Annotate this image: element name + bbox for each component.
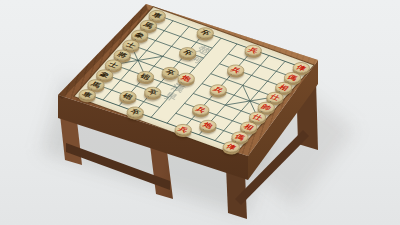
piece-character: 卒 [129,108,141,116]
piece-character: 馬 [90,81,102,89]
piece-character: 士 [107,61,119,69]
piece-character: 兵 [247,46,259,54]
piece-character: 車 [81,91,93,99]
piece-character: 相 [243,123,255,131]
piece-character: 象 [134,31,146,39]
piece-character: 兵 [212,86,224,94]
piece-character: 炮 [202,121,214,129]
piece-character: 傌 [286,74,298,82]
piece-character: 兵 [230,66,242,74]
piece-character: 卒 [147,88,159,96]
piece-character: 兵 [177,126,189,134]
piece-character: 砲 [122,92,134,100]
piece-character: 炮 [180,74,192,82]
piece-character: 卒 [164,69,176,77]
piece-character: 兵 [195,106,207,114]
piece-character: 象 [99,71,111,79]
piece-character: 將 [116,51,128,59]
piece-character: 仕 [251,113,263,121]
piece-character: 卒 [182,49,194,57]
piece-character: 馬 [142,21,154,29]
piece-character: 帥 [260,103,272,111]
piece-character: 傌 [234,133,246,141]
piece-character: 俥 [225,143,237,151]
piece-character: 士 [125,41,137,49]
piece-character: 車 [151,12,163,20]
piece-character: 卒 [199,29,211,37]
piece-character: 俥 [295,64,307,72]
piece-character: 砲 [139,73,151,81]
piece-character: 仕 [269,93,281,101]
scene: 楚河 漢界 車馬卒象士兵卒將士俥兵卒象砲傌炮馬相兵卒車砲仕帥兵卒仕炮相兵傌俥 [0,0,400,225]
piece-character: 相 [278,84,290,92]
